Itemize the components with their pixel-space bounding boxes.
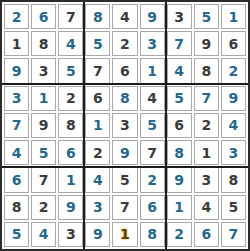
cell-r5c8[interactable]: 2 — [194, 113, 219, 138]
cell-r1c6[interactable]: 9 — [140, 4, 165, 29]
cell-r8c6[interactable]: 6 — [140, 195, 165, 220]
cell-r2c2[interactable]: 8 — [31, 31, 56, 56]
cell-r9c7[interactable]: 2 — [167, 222, 192, 247]
cell-r9c8[interactable]: 6 — [194, 222, 219, 247]
cell-r3c7[interactable]: 4 — [167, 58, 192, 83]
cell-r8c5[interactable]: 7 — [112, 195, 137, 220]
cell-r2c5[interactable]: 2 — [112, 31, 137, 56]
cell-r4c7[interactable]: 5 — [167, 86, 192, 111]
cell-r5c1[interactable]: 7 — [4, 113, 29, 138]
cell-r2c6[interactable]: 3 — [140, 31, 165, 56]
cell-r9c9[interactable]: 7 — [221, 222, 246, 247]
cell-r4c6[interactable]: 4 — [140, 86, 165, 111]
cell-r7c4[interactable]: 4 — [85, 167, 110, 192]
sudoku-cells-grid: 2678493511845237969357614823126845797981… — [2, 2, 248, 249]
cell-r6c3[interactable]: 6 — [58, 140, 83, 165]
cell-r2c7[interactable]: 7 — [167, 31, 192, 56]
cell-r5c2[interactable]: 9 — [31, 113, 56, 138]
cell-r1c8[interactable]: 5 — [194, 4, 219, 29]
cell-r1c5[interactable]: 4 — [112, 4, 137, 29]
cell-r1c1[interactable]: 2 — [4, 4, 29, 29]
cell-r3c2[interactable]: 3 — [31, 58, 56, 83]
cell-r8c2[interactable]: 2 — [31, 195, 56, 220]
cell-r3c8[interactable]: 8 — [194, 58, 219, 83]
cell-r9c5[interactable]: 1 — [112, 222, 137, 247]
cell-r8c1[interactable]: 8 — [4, 195, 29, 220]
cell-r5c3[interactable]: 8 — [58, 113, 83, 138]
cell-r8c3[interactable]: 9 — [58, 195, 83, 220]
cell-r6c2[interactable]: 5 — [31, 140, 56, 165]
cell-r4c5[interactable]: 8 — [112, 86, 137, 111]
sudoku-board: 2678493511845237969357614823126845797981… — [0, 0, 250, 251]
cell-r6c7[interactable]: 8 — [167, 140, 192, 165]
cell-r8c8[interactable]: 4 — [194, 195, 219, 220]
cell-r9c1[interactable]: 5 — [4, 222, 29, 247]
cell-r7c9[interactable]: 8 — [221, 167, 246, 192]
cell-r6c9[interactable]: 3 — [221, 140, 246, 165]
cell-r9c6[interactable]: 8 — [140, 222, 165, 247]
cell-r3c3[interactable]: 5 — [58, 58, 83, 83]
cell-r2c3[interactable]: 4 — [58, 31, 83, 56]
cell-r9c4[interactable]: 9 — [85, 222, 110, 247]
cell-r8c9[interactable]: 5 — [221, 195, 246, 220]
cell-r4c9[interactable]: 9 — [221, 86, 246, 111]
cell-r6c8[interactable]: 1 — [194, 140, 219, 165]
cell-r4c1[interactable]: 3 — [4, 86, 29, 111]
cell-r2c1[interactable]: 1 — [4, 31, 29, 56]
cell-r4c3[interactable]: 2 — [58, 86, 83, 111]
cell-r6c5[interactable]: 9 — [112, 140, 137, 165]
cell-r7c8[interactable]: 3 — [194, 167, 219, 192]
cell-r8c7[interactable]: 1 — [167, 195, 192, 220]
cell-r6c1[interactable]: 4 — [4, 140, 29, 165]
cell-r7c7[interactable]: 9 — [167, 167, 192, 192]
cell-r5c7[interactable]: 6 — [167, 113, 192, 138]
cell-r2c8[interactable]: 9 — [194, 31, 219, 56]
cell-r8c4[interactable]: 3 — [85, 195, 110, 220]
cell-r3c9[interactable]: 2 — [221, 58, 246, 83]
cell-r7c3[interactable]: 1 — [58, 167, 83, 192]
cell-r7c6[interactable]: 2 — [140, 167, 165, 192]
cell-r2c9[interactable]: 6 — [221, 31, 246, 56]
cell-r9c2[interactable]: 4 — [31, 222, 56, 247]
cell-r1c7[interactable]: 3 — [167, 4, 192, 29]
cell-r4c4[interactable]: 6 — [85, 86, 110, 111]
cell-r1c2[interactable]: 6 — [31, 4, 56, 29]
cell-r7c2[interactable]: 7 — [31, 167, 56, 192]
cell-r7c1[interactable]: 6 — [4, 167, 29, 192]
cell-r4c2[interactable]: 1 — [31, 86, 56, 111]
cell-r7c5[interactable]: 5 — [112, 167, 137, 192]
cell-r5c6[interactable]: 5 — [140, 113, 165, 138]
cell-r3c4[interactable]: 7 — [85, 58, 110, 83]
cell-r5c4[interactable]: 1 — [85, 113, 110, 138]
cell-r1c3[interactable]: 7 — [58, 4, 83, 29]
cell-r6c6[interactable]: 7 — [140, 140, 165, 165]
cell-r1c9[interactable]: 1 — [221, 4, 246, 29]
cell-r9c3[interactable]: 3 — [58, 222, 83, 247]
cell-r5c5[interactable]: 3 — [112, 113, 137, 138]
cell-r6c4[interactable]: 2 — [85, 140, 110, 165]
cell-r1c4[interactable]: 8 — [85, 4, 110, 29]
cell-r4c8[interactable]: 7 — [194, 86, 219, 111]
cell-r3c1[interactable]: 9 — [4, 58, 29, 83]
cell-r5c9[interactable]: 4 — [221, 113, 246, 138]
cell-r2c4[interactable]: 5 — [85, 31, 110, 56]
cell-r3c6[interactable]: 1 — [140, 58, 165, 83]
cell-r3c5[interactable]: 6 — [112, 58, 137, 83]
